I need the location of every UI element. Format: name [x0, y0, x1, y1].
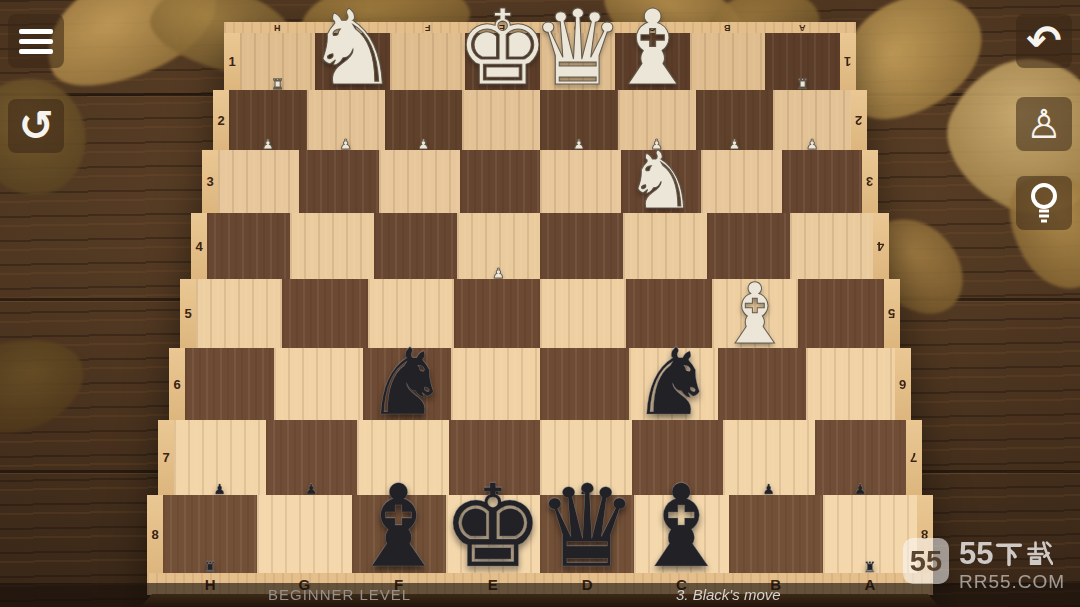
square-d2[interactable]: ♟: [540, 90, 618, 150]
square-c8[interactable]: ♝: [634, 495, 728, 573]
watermark-site: RR55.COM: [959, 571, 1065, 593]
black-king[interactable]: ♚: [442, 470, 544, 584]
square-d1[interactable]: ♛: [540, 33, 615, 90]
square-h4[interactable]: [207, 213, 290, 279]
chess-board: HGFEDCBA1♜♞♚♛♝♜12♟♟♟♟♟♟♟23♞34♟45♝56♞♞67♟…: [140, 22, 940, 607]
square-b1[interactable]: [690, 33, 765, 90]
square-a4[interactable]: [790, 213, 873, 279]
undo-icon: ↶: [1026, 20, 1061, 62]
square-b7[interactable]: ♟: [723, 420, 815, 495]
cjk-char-xia: [995, 540, 1023, 568]
square-h3[interactable]: [218, 150, 299, 213]
pawn-icon: ♙: [1026, 104, 1062, 144]
square-g1[interactable]: ♞: [315, 33, 390, 90]
square-d3[interactable]: [540, 150, 621, 213]
square-a3[interactable]: [782, 150, 863, 213]
rank-label-right-5: 5: [884, 279, 900, 348]
square-b2[interactable]: ♟: [696, 90, 774, 150]
rank-label-left-1: 1: [224, 33, 240, 90]
square-c4[interactable]: [623, 213, 706, 279]
rank-label-left-3: 3: [202, 150, 218, 213]
square-f6[interactable]: ♞: [363, 348, 452, 420]
square-f4[interactable]: [374, 213, 457, 279]
rank-row-2: 2♟♟♟♟♟♟♟2: [213, 90, 867, 150]
rank-label-left-5: 5: [180, 279, 196, 348]
square-b6[interactable]: [718, 348, 807, 420]
rank-label-left-4: 4: [191, 213, 207, 279]
white-bishop[interactable]: ♝: [717, 272, 792, 356]
square-g6[interactable]: [274, 348, 363, 420]
square-h5[interactable]: [196, 279, 282, 348]
square-a1[interactable]: ♜: [765, 33, 840, 90]
square-b5[interactable]: ♝: [712, 279, 798, 348]
square-h8[interactable]: ♜: [163, 495, 257, 573]
square-f2[interactable]: ♟: [385, 90, 463, 150]
leaf: [0, 325, 94, 446]
square-d6[interactable]: [540, 348, 629, 420]
square-e3[interactable]: [460, 150, 541, 213]
square-e2[interactable]: [462, 90, 540, 150]
move-indicator: 3. Black's move: [676, 586, 781, 603]
hint-button[interactable]: [1016, 176, 1072, 230]
rank-row-1: 1♜♞♚♛♝♜1: [224, 33, 856, 90]
rank-label-right-1: 1: [840, 33, 856, 90]
square-h7[interactable]: ♟: [174, 420, 266, 495]
rank-row-6: 6♞♞6: [169, 348, 911, 420]
file-label-top-F: F: [425, 23, 431, 33]
cjk-char-zai: [1025, 540, 1053, 568]
restart-icon: ↺: [18, 105, 53, 147]
rank-row-8: 8♜♝♚♛♝♜8: [147, 495, 933, 573]
square-f1[interactable]: [390, 33, 465, 90]
rank-label-left-6: 6: [169, 348, 185, 420]
square-h6[interactable]: [185, 348, 274, 420]
white-knight[interactable]: ♞: [306, 0, 399, 100]
watermark: 55 55 下载 RR55.COM: [903, 538, 1065, 593]
rank-row-3: 3♞3: [202, 150, 878, 213]
square-a2[interactable]: ♟: [773, 90, 851, 150]
difficulty-level-label: BEGINNER LEVEL: [268, 586, 411, 603]
rank-label-right-2: 2: [851, 90, 867, 150]
square-d4[interactable]: [540, 213, 623, 279]
rank-label-right-3: 3: [862, 150, 878, 213]
black-knight[interactable]: ♞: [632, 337, 714, 429]
rank-row-5: 5♝5: [180, 279, 900, 348]
square-f3[interactable]: [379, 150, 460, 213]
square-h2[interactable]: ♟: [229, 90, 307, 150]
undo-button[interactable]: ↶: [1016, 14, 1072, 68]
file-label-top-H: H: [274, 23, 281, 33]
menu-button[interactable]: [8, 14, 64, 68]
rank-label-right-6: 6: [895, 348, 911, 420]
switch-side-button[interactable]: ♙: [1016, 97, 1072, 151]
square-c6[interactable]: ♞: [629, 348, 718, 420]
black-bishop[interactable]: ♝: [348, 470, 450, 584]
square-e5[interactable]: [454, 279, 540, 348]
square-g2[interactable]: ♟: [307, 90, 385, 150]
square-f8[interactable]: ♝: [352, 495, 446, 573]
square-g3[interactable]: [299, 150, 380, 213]
square-a6[interactable]: [806, 348, 895, 420]
square-b8[interactable]: [729, 495, 823, 573]
square-h1[interactable]: ♜: [240, 33, 315, 90]
rank-label-left-8: 8: [147, 495, 163, 573]
square-e1[interactable]: ♚: [465, 33, 540, 90]
black-queen[interactable]: ♛: [536, 470, 638, 584]
square-g5[interactable]: [282, 279, 368, 348]
square-e4[interactable]: ♟: [457, 213, 540, 279]
square-g8[interactable]: [257, 495, 351, 573]
watermark-badge: 55: [903, 538, 949, 584]
square-e6[interactable]: [451, 348, 540, 420]
square-e8[interactable]: ♚: [446, 495, 540, 573]
file-label-top-B: B: [724, 23, 731, 33]
hamburger-icon: [19, 29, 53, 34]
rank-label-right-4: 4: [873, 213, 889, 279]
restart-button[interactable]: ↺: [8, 99, 64, 153]
square-a5[interactable]: [798, 279, 884, 348]
square-g4[interactable]: [290, 213, 373, 279]
square-b3[interactable]: [701, 150, 782, 213]
square-a7[interactable]: ♟: [815, 420, 907, 495]
square-d5[interactable]: [540, 279, 626, 348]
watermark-title: 55 下载: [959, 538, 1065, 569]
square-c1[interactable]: ♝: [615, 33, 690, 90]
rank-label-left-2: 2: [213, 90, 229, 150]
rank-label-right-7: 7: [906, 420, 922, 495]
lightbulb-icon: [1024, 181, 1064, 225]
white-bishop[interactable]: ♝: [606, 0, 699, 100]
black-knight[interactable]: ♞: [366, 337, 448, 429]
square-c3[interactable]: ♞: [621, 150, 702, 213]
square-d8[interactable]: ♛: [540, 495, 634, 573]
white-knight[interactable]: ♞: [625, 141, 697, 221]
file-label-top-A: A: [799, 23, 806, 33]
square-g7[interactable]: ♟: [266, 420, 358, 495]
rank-label-left-7: 7: [158, 420, 174, 495]
black-bishop[interactable]: ♝: [630, 470, 732, 584]
